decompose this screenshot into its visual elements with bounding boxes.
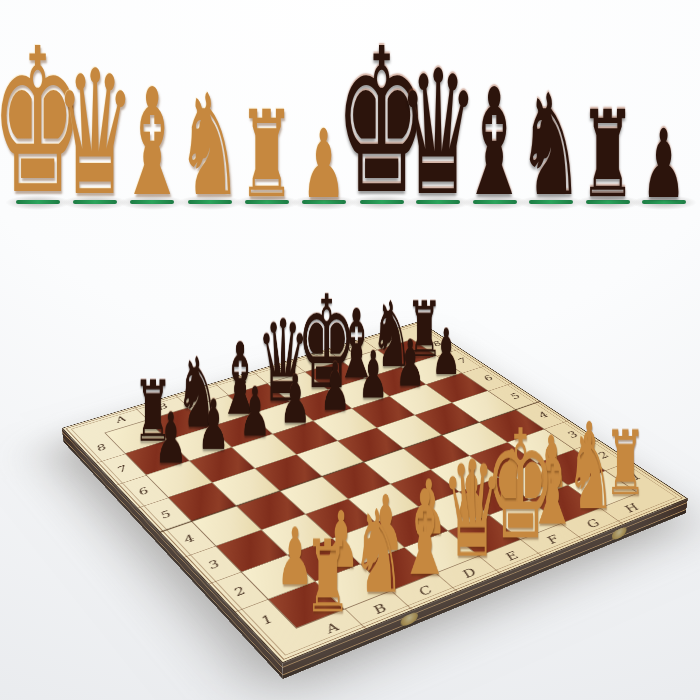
light-pawn: ♟	[276, 525, 304, 589]
square-e5	[338, 428, 402, 461]
dark-pawn: ♟	[155, 410, 180, 466]
dark-pawn: ♟	[431, 327, 453, 378]
photo-stage: ♚♛♝♞♜♟ ♚♛♝♞♜♟ ABCDEFGH ABCDEFGH 87654321…	[0, 0, 700, 700]
dark-pawn: ♟	[358, 349, 381, 401]
light-knight: ♞	[352, 507, 380, 599]
dark-pawn: ♟	[320, 361, 343, 414]
dark-pawn: ♟	[395, 338, 418, 390]
dark-pawn: ♟	[198, 397, 222, 452]
clasp-icon	[611, 526, 627, 542]
clasp-icon	[400, 611, 417, 628]
board-scene: ABCDEFGH ABCDEFGH 87654321 87654321 ♜♞♝♛…	[0, 0, 700, 700]
chess-board: ABCDEFGH ABCDEFGH 87654321 87654321 ♜♞♝♛…	[62, 321, 688, 663]
dark-pawn: ♟	[280, 373, 304, 427]
squares-grid: ♜♞♝♛♚♝♞♜♟♟♟♟♟♟♟♟♟♟♟♟♟♟♟♟♜♞♝♛♚♝♞♜	[106, 340, 638, 628]
dark-pawn: ♟	[239, 385, 263, 440]
light-rook: ♜	[305, 537, 334, 617]
